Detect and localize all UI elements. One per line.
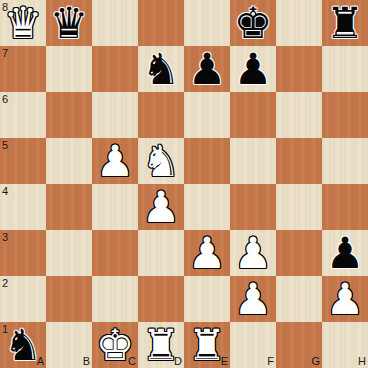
square-d2[interactable] bbox=[138, 276, 184, 322]
square-a2[interactable]: 2 bbox=[0, 276, 46, 322]
square-g7[interactable] bbox=[276, 46, 322, 92]
square-h5[interactable] bbox=[322, 138, 368, 184]
square-e7[interactable]: ♟ bbox=[184, 46, 230, 92]
black-pawn-icon[interactable]: ♟ bbox=[230, 46, 276, 92]
square-h6[interactable] bbox=[322, 92, 368, 138]
rank-label-5: 5 bbox=[2, 140, 8, 151]
black-pawn-icon[interactable]: ♟ bbox=[184, 46, 230, 92]
square-h3[interactable]: ♟ bbox=[322, 230, 368, 276]
square-c5[interactable]: ♟ bbox=[92, 138, 138, 184]
square-c8[interactable] bbox=[92, 0, 138, 46]
square-b4[interactable] bbox=[46, 184, 92, 230]
white-queen-icon[interactable]: ♛ bbox=[0, 0, 46, 46]
square-d3[interactable] bbox=[138, 230, 184, 276]
square-b2[interactable] bbox=[46, 276, 92, 322]
square-g5[interactable] bbox=[276, 138, 322, 184]
square-e4[interactable] bbox=[184, 184, 230, 230]
square-a1[interactable]: 1A♞ bbox=[0, 322, 46, 368]
square-d5[interactable]: ♞ bbox=[138, 138, 184, 184]
chess-board: 8♛♛♚♜7♞♟♟65♟♞4♟3♟♟♟2♟♟1A♞BC♚D♜E♜FGH bbox=[0, 0, 368, 368]
square-a5[interactable]: 5 bbox=[0, 138, 46, 184]
rank-label-6: 6 bbox=[2, 94, 8, 105]
square-a4[interactable]: 4 bbox=[0, 184, 46, 230]
white-pawn-icon[interactable]: ♟ bbox=[322, 276, 368, 322]
square-d6[interactable] bbox=[138, 92, 184, 138]
square-h2[interactable]: ♟ bbox=[322, 276, 368, 322]
square-h8[interactable]: ♜ bbox=[322, 0, 368, 46]
square-a7[interactable]: 7 bbox=[0, 46, 46, 92]
square-e6[interactable] bbox=[184, 92, 230, 138]
black-king-icon[interactable]: ♚ bbox=[230, 0, 276, 46]
square-f3[interactable]: ♟ bbox=[230, 230, 276, 276]
square-e2[interactable] bbox=[184, 276, 230, 322]
white-rook-icon[interactable]: ♜ bbox=[138, 322, 184, 368]
square-g3[interactable] bbox=[276, 230, 322, 276]
square-b5[interactable] bbox=[46, 138, 92, 184]
square-b6[interactable] bbox=[46, 92, 92, 138]
white-pawn-icon[interactable]: ♟ bbox=[92, 138, 138, 184]
square-c1[interactable]: C♚ bbox=[92, 322, 138, 368]
rank-label-3: 3 bbox=[2, 232, 8, 243]
white-king-icon[interactable]: ♚ bbox=[92, 322, 138, 368]
white-rook-icon[interactable]: ♜ bbox=[184, 322, 230, 368]
rank-label-4: 4 bbox=[2, 186, 8, 197]
square-a6[interactable]: 6 bbox=[0, 92, 46, 138]
black-rook-icon[interactable]: ♜ bbox=[322, 0, 368, 46]
black-queen-icon[interactable]: ♛ bbox=[46, 0, 92, 46]
square-h1[interactable]: H bbox=[322, 322, 368, 368]
rank-label-2: 2 bbox=[2, 278, 8, 289]
black-knight-icon[interactable]: ♞ bbox=[0, 322, 46, 368]
square-f4[interactable] bbox=[230, 184, 276, 230]
square-c6[interactable] bbox=[92, 92, 138, 138]
square-g8[interactable] bbox=[276, 0, 322, 46]
white-pawn-icon[interactable]: ♟ bbox=[230, 276, 276, 322]
file-label-b: B bbox=[83, 356, 90, 367]
square-b8[interactable]: ♛ bbox=[46, 0, 92, 46]
square-b1[interactable]: B bbox=[46, 322, 92, 368]
square-b7[interactable] bbox=[46, 46, 92, 92]
square-b3[interactable] bbox=[46, 230, 92, 276]
white-pawn-icon[interactable]: ♟ bbox=[138, 184, 184, 230]
square-d4[interactable]: ♟ bbox=[138, 184, 184, 230]
square-a8[interactable]: 8♛ bbox=[0, 0, 46, 46]
square-e8[interactable] bbox=[184, 0, 230, 46]
file-label-h: H bbox=[358, 356, 366, 367]
file-label-g: G bbox=[311, 356, 320, 367]
square-d7[interactable]: ♞ bbox=[138, 46, 184, 92]
square-d8[interactable] bbox=[138, 0, 184, 46]
square-g4[interactable] bbox=[276, 184, 322, 230]
square-h4[interactable] bbox=[322, 184, 368, 230]
rank-label-7: 7 bbox=[2, 48, 8, 59]
square-f1[interactable]: F bbox=[230, 322, 276, 368]
square-f6[interactable] bbox=[230, 92, 276, 138]
black-knight-icon[interactable]: ♞ bbox=[138, 46, 184, 92]
white-pawn-icon[interactable]: ♟ bbox=[184, 230, 230, 276]
square-g2[interactable] bbox=[276, 276, 322, 322]
square-e5[interactable] bbox=[184, 138, 230, 184]
square-a3[interactable]: 3 bbox=[0, 230, 46, 276]
white-pawn-icon[interactable]: ♟ bbox=[230, 230, 276, 276]
square-f2[interactable]: ♟ bbox=[230, 276, 276, 322]
square-g6[interactable] bbox=[276, 92, 322, 138]
square-f8[interactable]: ♚ bbox=[230, 0, 276, 46]
square-h7[interactable] bbox=[322, 46, 368, 92]
square-c4[interactable] bbox=[92, 184, 138, 230]
square-f5[interactable] bbox=[230, 138, 276, 184]
black-pawn-icon[interactable]: ♟ bbox=[322, 230, 368, 276]
square-f7[interactable]: ♟ bbox=[230, 46, 276, 92]
square-g1[interactable]: G bbox=[276, 322, 322, 368]
file-label-f: F bbox=[267, 356, 274, 367]
square-d1[interactable]: D♜ bbox=[138, 322, 184, 368]
square-c2[interactable] bbox=[92, 276, 138, 322]
square-e1[interactable]: E♜ bbox=[184, 322, 230, 368]
square-c3[interactable] bbox=[92, 230, 138, 276]
square-c7[interactable] bbox=[92, 46, 138, 92]
white-knight-icon[interactable]: ♞ bbox=[138, 138, 184, 184]
square-e3[interactable]: ♟ bbox=[184, 230, 230, 276]
